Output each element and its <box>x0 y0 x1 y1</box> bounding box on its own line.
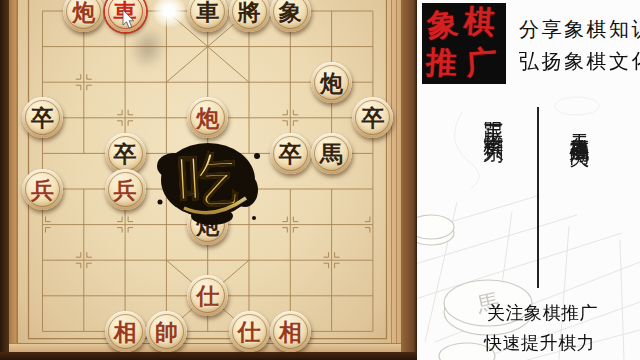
piece-red-相[interactable]: 相 <box>105 311 146 352</box>
piece-character: 炮 <box>72 0 95 23</box>
logo-char: 推 <box>425 46 458 79</box>
logo-char: 象 <box>425 7 459 41</box>
challenge-title-vertical: 天天象棋残局闯关 <box>567 117 594 133</box>
footer-line-2: 快速提升棋力 <box>484 331 595 355</box>
logo-char: 广 <box>465 46 498 79</box>
mouse-cursor <box>122 10 136 30</box>
piece-black-卒[interactable]: 卒 <box>22 97 63 138</box>
piece-character: 兵 <box>31 178 54 201</box>
piece-character: 仕 <box>196 284 219 307</box>
piece-red-兵[interactable]: 兵 <box>105 169 146 210</box>
sidebar: 馬 象 棋 推 广 分享象棋知识 弘扬象棋文化 跟王天一学棋系列 天天象棋残局闯… <box>417 0 640 360</box>
screenshot-frame: 炮車車將象炮卒炮卒卒卒馬兵兵炮仕相帥仕相 吃 <box>0 0 640 360</box>
piece-black-炮[interactable]: 炮 <box>311 62 352 103</box>
piece-character: 炮 <box>196 106 219 129</box>
piece-character: 將 <box>238 0 261 23</box>
xiangqi-board-area[interactable]: 炮車車將象炮卒炮卒卒卒馬兵兵炮仕相帥仕相 吃 <box>0 0 417 360</box>
series-title-vertical: 跟王天一学棋系列 <box>481 106 508 130</box>
piece-character: 車 <box>196 0 219 23</box>
piece-character: 卒 <box>361 106 384 129</box>
piece-character: 馬 <box>320 142 343 165</box>
piece-red-帥[interactable]: 帥 <box>146 311 187 352</box>
piece-character: 仕 <box>238 320 261 343</box>
piece-red-仕[interactable]: 仕 <box>229 311 270 352</box>
piece-character: 卒 <box>279 142 302 165</box>
piece-red-相[interactable]: 相 <box>270 311 311 352</box>
channel-logo: 象 棋 推 广 <box>422 3 506 84</box>
piece-character: 炮 <box>320 71 343 94</box>
piece-black-卒[interactable]: 卒 <box>270 133 311 174</box>
slogan-line-1: 分享象棋知识 <box>519 16 640 43</box>
slogan-line-2: 弘扬象棋文化 <box>519 48 640 75</box>
capture-banner: 吃 <box>156 138 260 226</box>
piece-character: 卒 <box>31 106 54 129</box>
piece-character: 象 <box>279 0 302 23</box>
piece-red-兵[interactable]: 兵 <box>22 169 63 210</box>
piece-black-卒[interactable]: 卒 <box>105 133 146 174</box>
logo-char: 棋 <box>463 5 496 38</box>
piece-character: 帥 <box>155 320 178 343</box>
piece-character: 相 <box>279 320 302 343</box>
piece-character: 卒 <box>114 142 137 165</box>
piece-character: 相 <box>114 320 137 343</box>
vertical-divider <box>537 107 539 288</box>
piece-black-馬[interactable]: 馬 <box>311 133 352 174</box>
footer-line-1: 关注象棋推广 <box>487 301 598 325</box>
piece-character: 兵 <box>114 178 137 201</box>
